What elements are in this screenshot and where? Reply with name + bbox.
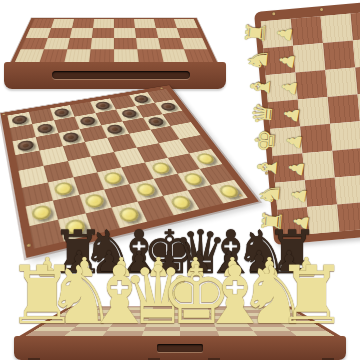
magnetic-white-pawn: ♟ xyxy=(276,51,298,71)
handle-groove xyxy=(52,71,190,79)
screw xyxy=(272,12,275,15)
yellow-checker xyxy=(134,182,157,198)
dark-checker xyxy=(159,102,177,112)
closed-board-top-face xyxy=(10,18,218,64)
magnetic-white-bishop: ♝ xyxy=(246,74,274,99)
light-square xyxy=(174,19,198,28)
screw xyxy=(2,113,5,115)
dark-square xyxy=(89,49,114,61)
product-collage: ♜♟♞♟♝♟♛♟♚♟♝♟♞♟♜♟ ♜♞♝♚♛♝♞♜♟♟♟♟♟♟♟♟♟♟♟♟♟♟♟… xyxy=(0,0,360,360)
yellow-checker xyxy=(53,181,74,197)
dark-square xyxy=(323,40,355,70)
dark-checker xyxy=(120,108,138,118)
magnetic-white-knight: ♞ xyxy=(256,182,284,207)
yellow-checker xyxy=(195,152,217,165)
dark-square xyxy=(114,38,137,49)
light-square xyxy=(51,19,74,28)
dark-checker xyxy=(147,116,166,127)
dark-square xyxy=(332,148,360,178)
dark-square xyxy=(92,28,114,38)
panel-closed-board xyxy=(0,0,230,92)
dark-square xyxy=(328,94,360,124)
magnetic-white-pawn: ♟ xyxy=(288,185,310,205)
light-square xyxy=(93,19,114,28)
light-square xyxy=(325,67,357,97)
magnetic-white-knight: ♞ xyxy=(244,47,272,72)
dark-checker xyxy=(106,124,125,135)
dark-square xyxy=(177,28,202,38)
light-square xyxy=(114,28,136,38)
dark-square xyxy=(184,49,213,61)
dark-checker xyxy=(54,107,71,117)
dark-square xyxy=(351,11,360,41)
dark-checker xyxy=(133,94,150,103)
dark-checker xyxy=(11,114,28,125)
light-square xyxy=(136,38,161,49)
dark-square xyxy=(137,49,163,61)
light-square xyxy=(330,121,360,151)
magnetic-white-pawn: ♟ xyxy=(278,78,300,98)
dark-checker xyxy=(62,132,80,144)
dark-checker xyxy=(94,101,111,111)
dark-square xyxy=(40,49,68,61)
magnetic-white-pawn: ♟ xyxy=(283,131,305,151)
light-square xyxy=(44,38,70,49)
dark-square xyxy=(114,19,135,28)
panel-chess-position: ♜♞♝♚♛♝♞♜♟♟♟♟♟♟♟♟♟♟♟♟♟♟♟♟♜♞♝♛♚♝♞♜ xyxy=(0,208,360,360)
light-square xyxy=(335,175,360,205)
magnetic-white-king: ♚ xyxy=(251,128,279,153)
light-square xyxy=(91,38,114,49)
yellow-checker xyxy=(102,171,123,186)
dark-checker xyxy=(17,140,35,152)
dark-checker xyxy=(36,123,53,134)
dark-square xyxy=(67,38,92,49)
magnetic-white-pawn: ♟ xyxy=(281,104,303,124)
magnetic-white-pawn: ♟ xyxy=(285,158,307,178)
light-square xyxy=(114,49,139,61)
light-square xyxy=(180,38,207,49)
magnetic-white-queen: ♛ xyxy=(249,101,277,126)
dark-checker xyxy=(79,115,97,126)
dark-square xyxy=(135,28,158,38)
magnetic-white-bishop: ♝ xyxy=(253,155,281,180)
chess-pieces: ♜♞♝♚♛♝♞♜♟♟♟♟♟♟♟♟♟♟♟♟♟♟♟♟♜♞♝♛♚♝♞♜ xyxy=(0,208,360,360)
magnetic-white-rook: ♜ xyxy=(242,20,270,45)
yellow-checker xyxy=(150,161,172,175)
dark-square xyxy=(72,19,94,28)
light-square xyxy=(321,14,353,44)
yellow-checker xyxy=(217,184,242,200)
white-rook: ♜ xyxy=(276,256,348,336)
light-square xyxy=(353,38,360,68)
magnetic-white-pawn: ♟ xyxy=(274,24,296,44)
yellow-checker xyxy=(182,172,205,187)
light-square xyxy=(70,28,93,38)
screw xyxy=(320,8,323,11)
dark-square xyxy=(48,28,72,38)
light-square xyxy=(134,19,156,28)
light-square xyxy=(64,49,90,61)
